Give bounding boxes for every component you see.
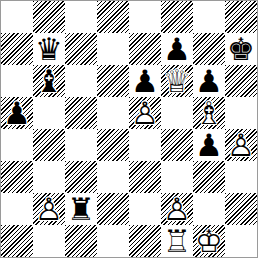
piece-black-pawn: ♟	[129, 65, 161, 97]
chessboard: ♛♛♟♟♚♚♝♝♟♟♛♕♟♟♟♟♟♙♝♗♟♟♟♙♟♙♜♜♟♙♜♖♚♔	[0, 0, 258, 258]
square-d6[interactable]	[97, 65, 129, 97]
square-g3[interactable]	[193, 161, 225, 193]
square-d2[interactable]	[97, 193, 129, 225]
piece-fill-underlay: ♚	[225, 33, 257, 65]
square-h8[interactable]	[225, 1, 257, 33]
piece-fill-underlay: ♜	[65, 193, 97, 225]
chess-diagram: ♛♛♟♟♚♚♝♝♟♟♛♕♟♟♟♟♟♙♝♗♟♟♟♙♟♙♜♜♟♙♜♖♚♔	[0, 0, 258, 258]
square-b8[interactable]	[33, 1, 65, 33]
piece-fill-underlay: ♟	[161, 33, 193, 65]
square-f4[interactable]	[161, 129, 193, 161]
piece-fill-underlay: ♟	[225, 129, 257, 161]
square-a7[interactable]	[1, 33, 33, 65]
square-c3[interactable]	[65, 161, 97, 193]
square-a5[interactable]: ♟♟	[1, 97, 33, 129]
square-e5[interactable]: ♟♙	[129, 97, 161, 129]
square-d8[interactable]	[97, 1, 129, 33]
square-g5[interactable]: ♝♗	[193, 97, 225, 129]
piece-black-pawn: ♟	[161, 33, 193, 65]
piece-white-queen: ♕	[161, 65, 193, 97]
piece-white-bishop: ♗	[193, 97, 225, 129]
piece-black-pawn: ♟	[193, 129, 225, 161]
square-a3[interactable]	[1, 161, 33, 193]
piece-fill-underlay: ♟	[1, 97, 33, 129]
square-b7[interactable]: ♛♛	[33, 33, 65, 65]
square-e8[interactable]	[129, 1, 161, 33]
square-h5[interactable]	[225, 97, 257, 129]
square-f8[interactable]	[161, 1, 193, 33]
square-g7[interactable]	[193, 33, 225, 65]
square-e7[interactable]	[129, 33, 161, 65]
square-g1[interactable]: ♚♔	[193, 225, 225, 257]
square-h2[interactable]	[225, 193, 257, 225]
piece-black-pawn: ♟	[193, 65, 225, 97]
square-f7[interactable]: ♟♟	[161, 33, 193, 65]
square-a8[interactable]	[1, 1, 33, 33]
piece-fill-underlay: ♟	[129, 97, 161, 129]
square-f1[interactable]: ♜♖	[161, 225, 193, 257]
square-g4[interactable]: ♟♟	[193, 129, 225, 161]
piece-fill-underlay: ♟	[33, 193, 65, 225]
square-h3[interactable]	[225, 161, 257, 193]
square-g6[interactable]: ♟♟	[193, 65, 225, 97]
piece-black-queen: ♛	[33, 33, 65, 65]
square-e3[interactable]	[129, 161, 161, 193]
piece-fill-underlay: ♛	[161, 65, 193, 97]
square-b1[interactable]	[33, 225, 65, 257]
piece-fill-underlay: ♚	[193, 225, 225, 257]
piece-black-rook: ♜	[65, 193, 97, 225]
square-b6[interactable]: ♝♝	[33, 65, 65, 97]
square-f6[interactable]: ♛♕	[161, 65, 193, 97]
square-e4[interactable]	[129, 129, 161, 161]
square-b2[interactable]: ♟♙	[33, 193, 65, 225]
square-c1[interactable]	[65, 225, 97, 257]
piece-fill-underlay: ♝	[33, 65, 65, 97]
square-a4[interactable]	[1, 129, 33, 161]
square-e2[interactable]	[129, 193, 161, 225]
piece-white-pawn: ♙	[33, 193, 65, 225]
piece-white-pawn: ♙	[129, 97, 161, 129]
square-h1[interactable]	[225, 225, 257, 257]
square-f5[interactable]	[161, 97, 193, 129]
square-c2[interactable]: ♜♜	[65, 193, 97, 225]
square-b3[interactable]	[33, 161, 65, 193]
piece-fill-underlay: ♝	[193, 97, 225, 129]
piece-black-bishop: ♝	[33, 65, 65, 97]
piece-black-pawn: ♟	[1, 97, 33, 129]
piece-fill-underlay: ♟	[193, 129, 225, 161]
square-c4[interactable]	[65, 129, 97, 161]
square-d1[interactable]	[97, 225, 129, 257]
piece-white-pawn: ♙	[161, 193, 193, 225]
square-f2[interactable]: ♟♙	[161, 193, 193, 225]
square-c7[interactable]	[65, 33, 97, 65]
square-d5[interactable]	[97, 97, 129, 129]
piece-white-pawn: ♙	[225, 129, 257, 161]
piece-white-king: ♔	[193, 225, 225, 257]
piece-black-king: ♚	[225, 33, 257, 65]
piece-fill-underlay: ♜	[161, 225, 193, 257]
square-d3[interactable]	[97, 161, 129, 193]
square-e6[interactable]: ♟♟	[129, 65, 161, 97]
square-g8[interactable]	[193, 1, 225, 33]
square-b5[interactable]	[33, 97, 65, 129]
square-g2[interactable]	[193, 193, 225, 225]
square-b4[interactable]	[33, 129, 65, 161]
square-a6[interactable]	[1, 65, 33, 97]
square-a2[interactable]	[1, 193, 33, 225]
piece-fill-underlay: ♟	[193, 65, 225, 97]
square-d7[interactable]	[97, 33, 129, 65]
square-a1[interactable]	[1, 225, 33, 257]
piece-fill-underlay: ♟	[129, 65, 161, 97]
square-c5[interactable]	[65, 97, 97, 129]
piece-white-rook: ♖	[161, 225, 193, 257]
square-e1[interactable]	[129, 225, 161, 257]
square-c8[interactable]	[65, 1, 97, 33]
square-c6[interactable]	[65, 65, 97, 97]
piece-fill-underlay: ♛	[33, 33, 65, 65]
square-h4[interactable]: ♟♙	[225, 129, 257, 161]
square-d4[interactable]	[97, 129, 129, 161]
square-f3[interactable]	[161, 161, 193, 193]
square-h6[interactable]	[225, 65, 257, 97]
piece-fill-underlay: ♟	[161, 193, 193, 225]
square-h7[interactable]: ♚♚	[225, 33, 257, 65]
